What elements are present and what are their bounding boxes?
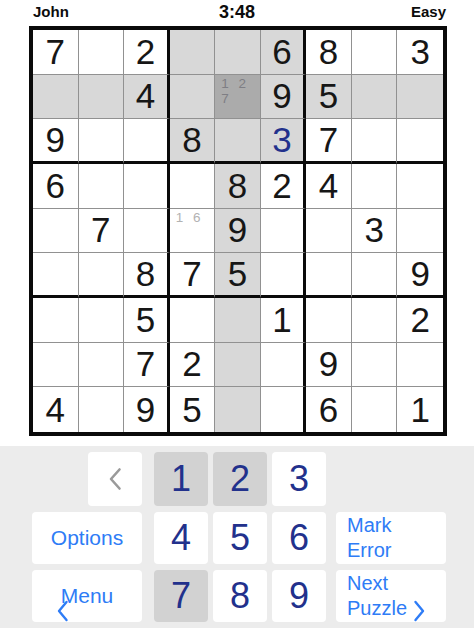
given-digit-r2c3: 4	[136, 76, 155, 116]
cell-r6c8[interactable]	[352, 253, 398, 298]
cell-r6c2[interactable]	[79, 253, 125, 298]
keypad-key-8[interactable]: 8	[213, 570, 267, 622]
given-digit-r9c4: 5	[182, 390, 201, 430]
mark-error-button[interactable]: Mark Error	[336, 512, 446, 564]
given-digit-r8c3: 7	[136, 344, 155, 384]
cell-r5c8[interactable]: 3	[352, 209, 398, 254]
cell-r8c2[interactable]	[79, 343, 125, 388]
cell-r9c7[interactable]: 6	[306, 387, 352, 432]
cell-r1c3[interactable]: 2	[124, 30, 170, 75]
given-digit-r4c7: 4	[319, 166, 338, 206]
cell-r2c8[interactable]	[352, 75, 398, 120]
menu-button[interactable]: Menu	[32, 570, 142, 622]
chevron-left-icon	[108, 467, 122, 491]
cell-r1c1[interactable]: 7	[33, 30, 79, 75]
cell-r5c5[interactable]: 9	[215, 209, 261, 254]
cell-r9c3[interactable]: 9	[124, 387, 170, 432]
control-panel: 123456789 Options Mark Error Menu Next P…	[0, 446, 474, 628]
given-digit-r2c6: 9	[272, 76, 291, 116]
cell-r1c4[interactable]	[170, 30, 216, 75]
cell-r9c1[interactable]: 4	[33, 387, 79, 432]
cell-r7c9[interactable]: 2	[397, 298, 443, 343]
cell-r4c7[interactable]: 4	[306, 164, 352, 209]
given-digit-r4c6: 2	[272, 166, 291, 206]
cell-r3c8[interactable]	[352, 119, 398, 164]
options-button[interactable]: Options	[32, 512, 142, 564]
given-digit-r5c8: 3	[364, 210, 383, 250]
cell-r3c7[interactable]: 7	[306, 119, 352, 164]
cell-r8c3[interactable]: 7	[124, 343, 170, 388]
cell-r7c3[interactable]: 5	[124, 298, 170, 343]
given-digit-r1c1: 7	[46, 32, 65, 72]
cell-r9c5[interactable]	[215, 387, 261, 432]
given-digit-r6c5: 5	[228, 254, 247, 294]
cell-r2c4[interactable]	[170, 75, 216, 120]
cell-r6c9[interactable]: 9	[397, 253, 443, 298]
cell-r3c1[interactable]: 9	[33, 119, 79, 164]
cell-r7c1[interactable]	[33, 298, 79, 343]
status-bar: John 3:48 Easy	[0, 0, 474, 27]
cell-r4c6[interactable]: 2	[261, 164, 307, 209]
cell-r8c8[interactable]	[352, 343, 398, 388]
cell-r8c6[interactable]	[261, 343, 307, 388]
options-button-label: Options	[51, 526, 123, 550]
cell-r4c1[interactable]: 6	[33, 164, 79, 209]
cell-r6c4[interactable]: 7	[170, 253, 216, 298]
cell-r6c1[interactable]	[33, 253, 79, 298]
given-digit-r3c4: 8	[182, 120, 201, 160]
cell-r2c9[interactable]	[397, 75, 443, 120]
keypad-key-7[interactable]: 7	[154, 570, 208, 622]
keypad-key-2[interactable]: 2	[213, 452, 267, 506]
cell-r6c3[interactable]: 8	[124, 253, 170, 298]
cell-r8c9[interactable]	[397, 343, 443, 388]
given-digit-r1c9: 3	[410, 32, 429, 72]
mark-error-label-line2: Error	[347, 538, 391, 563]
cell-r8c4[interactable]: 2	[170, 343, 216, 388]
cell-r6c7[interactable]	[306, 253, 352, 298]
cell-r7c8[interactable]	[352, 298, 398, 343]
cell-r3c4[interactable]: 8	[170, 119, 216, 164]
next-puzzle-label-line1: Next	[347, 571, 388, 596]
cell-r2c3[interactable]: 4	[124, 75, 170, 120]
given-digit-r6c3: 8	[136, 254, 155, 294]
next-puzzle-label-line2: Puzzle	[347, 596, 407, 621]
given-digit-r6c4: 7	[182, 254, 201, 294]
given-digit-r8c4: 2	[182, 344, 201, 384]
keypad-key-6[interactable]: 6	[272, 512, 326, 564]
number-keypad: 123456789	[154, 452, 326, 622]
cell-r3c9[interactable]	[397, 119, 443, 164]
cell-r9c8[interactable]	[352, 387, 398, 432]
user-digit-r3c6: 3	[272, 120, 291, 160]
given-digit-r4c1: 6	[46, 166, 65, 206]
pencil-marks-r2c5: 1 27	[221, 76, 258, 106]
cell-r5c3[interactable]	[124, 209, 170, 254]
undo-button[interactable]	[88, 452, 142, 506]
cell-r4c2[interactable]	[79, 164, 125, 209]
given-digit-r9c3: 9	[136, 390, 155, 430]
cell-r4c4[interactable]	[170, 164, 216, 209]
cell-r8c5[interactable]	[215, 343, 261, 388]
cell-r9c4[interactable]: 5	[170, 387, 216, 432]
given-digit-r9c1: 4	[46, 390, 65, 430]
keypad-key-3[interactable]: 3	[272, 452, 326, 506]
cell-r5c1[interactable]	[33, 209, 79, 254]
cell-r3c6[interactable]: 3	[261, 119, 307, 164]
cell-r8c7[interactable]: 9	[306, 343, 352, 388]
keypad-key-5[interactable]: 5	[213, 512, 267, 564]
timer: 3:48	[0, 2, 474, 23]
cell-r3c5[interactable]	[215, 119, 261, 164]
cell-r4c9[interactable]	[397, 164, 443, 209]
cell-r5c9[interactable]	[397, 209, 443, 254]
cell-r2c5[interactable]: 1 27	[215, 75, 261, 120]
pencil-marks-r5c4: 1 6	[176, 210, 213, 225]
cell-r5c7[interactable]	[306, 209, 352, 254]
given-digit-r4c5: 8	[228, 166, 247, 206]
given-digit-r6c9: 9	[410, 254, 429, 294]
cell-r7c6[interactable]: 1	[261, 298, 307, 343]
keypad-key-4[interactable]: 4	[154, 512, 208, 564]
cell-r1c5[interactable]	[215, 30, 261, 75]
given-digit-r2c7: 5	[319, 76, 338, 116]
given-digit-r7c6: 1	[272, 300, 291, 340]
cell-r7c5[interactable]	[215, 298, 261, 343]
cell-r5c2[interactable]: 7	[79, 209, 125, 254]
cell-r5c4[interactable]: 1 6	[170, 209, 216, 254]
given-digit-r1c3: 2	[136, 32, 155, 72]
given-digit-r1c7: 8	[319, 32, 338, 72]
difficulty-label: Easy	[411, 3, 446, 20]
cell-r4c8[interactable]	[352, 164, 398, 209]
cell-r7c2[interactable]	[79, 298, 125, 343]
given-digit-r9c9: 1	[410, 390, 429, 430]
cell-r4c5[interactable]: 8	[215, 164, 261, 209]
cell-r6c6[interactable]	[261, 253, 307, 298]
cell-r3c2[interactable]	[79, 119, 125, 164]
given-digit-r3c1: 9	[46, 120, 65, 160]
cell-r2c7[interactable]: 5	[306, 75, 352, 120]
cell-r1c8[interactable]	[352, 30, 398, 75]
given-digit-r7c3: 5	[136, 300, 155, 340]
cell-r9c9[interactable]: 1	[397, 387, 443, 432]
given-digit-r5c5: 9	[228, 210, 247, 250]
cell-r1c7[interactable]: 8	[306, 30, 352, 75]
cell-r2c2[interactable]	[79, 75, 125, 120]
next-puzzle-button[interactable]: Next Puzzle	[336, 570, 446, 622]
given-digit-r3c7: 7	[319, 120, 338, 160]
cell-r5c6[interactable]	[261, 209, 307, 254]
sudoku-app: John 3:48 Easy 7268341 27959837682471 69…	[0, 0, 474, 632]
cell-r1c2[interactable]	[79, 30, 125, 75]
mark-error-label-line1: Mark	[347, 513, 391, 538]
cell-r2c6[interactable]: 9	[261, 75, 307, 120]
keypad-key-9[interactable]: 9	[272, 570, 326, 622]
given-digit-r8c7: 9	[319, 344, 338, 384]
cell-r1c6[interactable]: 6	[261, 30, 307, 75]
cell-r8c1[interactable]	[33, 343, 79, 388]
given-digit-r7c9: 2	[410, 300, 429, 340]
cell-r1c9[interactable]: 3	[397, 30, 443, 75]
given-digit-r1c6: 6	[272, 32, 291, 72]
cell-r7c4[interactable]	[170, 298, 216, 343]
cell-r2c1[interactable]	[33, 75, 79, 120]
keypad-key-1[interactable]: 1	[154, 452, 208, 506]
cell-r4c3[interactable]	[124, 164, 170, 209]
cell-r7c7[interactable]	[306, 298, 352, 343]
given-digit-r5c2: 7	[91, 210, 110, 250]
cell-r6c5[interactable]: 5	[215, 253, 261, 298]
cell-r3c3[interactable]	[124, 119, 170, 164]
cell-r9c6[interactable]	[261, 387, 307, 432]
sudoku-board: 7268341 27959837682471 69387595127294956…	[29, 26, 447, 436]
given-digit-r9c7: 6	[319, 390, 338, 430]
cell-r9c2[interactable]	[79, 387, 125, 432]
